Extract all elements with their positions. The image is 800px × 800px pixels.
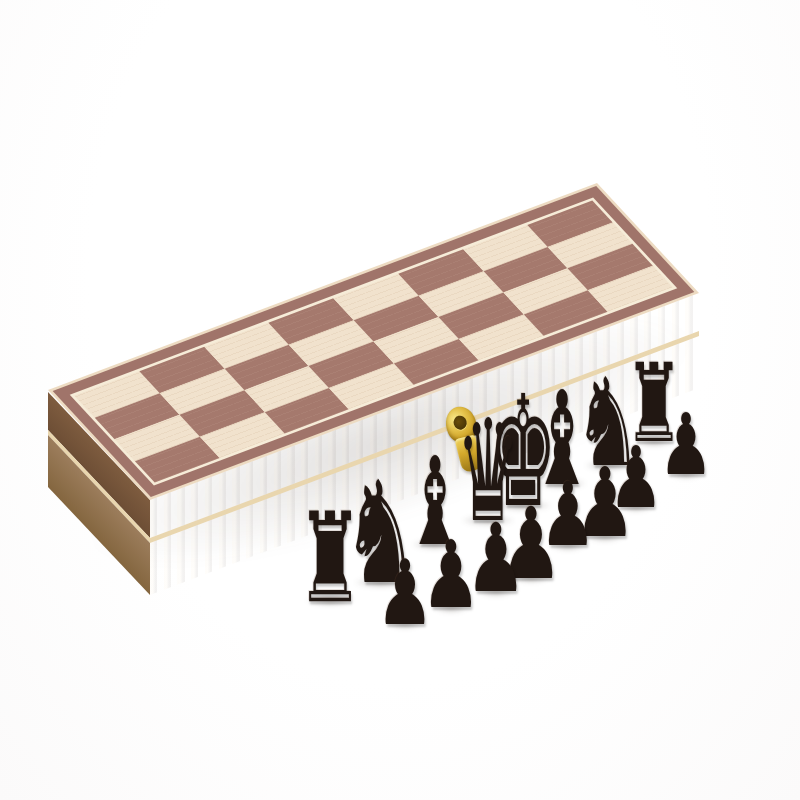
- product-photo-chess-set: ♜♞♟♝♚♟♛♟♝♟♟♞♟♜♟♟: [0, 0, 800, 800]
- pieces-layer: ♜♞♟♝♚♟♛♟♝♟♟♞♟♜♟♟: [0, 0, 800, 800]
- piece-black-rook: ♜: [297, 496, 364, 620]
- piece-black-pawn: ♟: [659, 402, 714, 487]
- piece-black-pawn: ♟: [376, 548, 434, 638]
